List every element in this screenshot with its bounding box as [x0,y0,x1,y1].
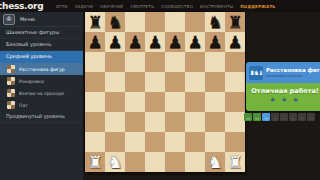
square-e7[interactable]: ♟ [165,32,185,52]
progress-step-8-todo[interactable]: ••• [307,113,315,121]
sidebar-lesson-setup-pieces[interactable]: Расстановка фигур [0,63,83,75]
mini-stars-icon: ••• [282,117,286,121]
square-c5[interactable] [125,72,145,92]
square-b3[interactable] [105,112,125,132]
progress-step-6-todo[interactable]: ••• [289,113,297,121]
black-pawn: ♟ [107,32,122,52]
black-knight: ♞ [207,12,222,32]
main-nav: ИГРА ЗАДАЧИ ОБУЧЕНИЕ СМОТРЕТЬ СООБЩЕСТВО… [56,4,275,9]
square-g3[interactable] [205,112,225,132]
square-b8[interactable]: ♞ [105,12,125,32]
square-a5[interactable] [85,72,105,92]
white-knight: ♞ [207,152,222,172]
black-pawn: ♟ [87,32,102,52]
lesson-success-message: Отличная работа! [246,87,320,95]
lesson-thumbnail-icon [7,77,15,85]
lesson-card-header: ♜♞♝ Расстановка фигур Начальная позиция [246,62,320,83]
square-c3[interactable] [125,112,145,132]
square-f7[interactable]: ♟ [185,32,205,52]
sidebar-item-intermediate-level[interactable]: Средний уровень [0,51,83,63]
square-g1[interactable]: ♞ [205,152,225,172]
square-h7[interactable]: ♟ [225,32,245,52]
square-c6[interactable] [125,52,145,72]
square-f2[interactable] [185,132,205,152]
progress-step-4-todo[interactable]: ••• [271,113,279,121]
square-c7[interactable]: ♟ [125,32,145,52]
square-d2[interactable] [145,132,165,152]
lesson-label: Пат [19,103,28,108]
mini-stars-icon: ••• [309,117,313,121]
progress-step-5-todo[interactable]: ••• [280,113,288,121]
sidebar-lesson-en-passant[interactable]: Взятие на проходе [0,87,83,99]
mini-stars-icon: ••• [291,117,295,121]
square-f1[interactable] [185,152,205,172]
black-pawn: ♟ [187,32,202,52]
progress-step-7-todo[interactable]: ••• [298,113,306,121]
lesson-thumbnail-icon [7,65,15,73]
mini-stars-icon: ••• [273,117,277,121]
square-g4[interactable] [205,92,225,112]
sidebar-item-basic-level[interactable]: Базовый уровень [0,39,83,51]
square-h5[interactable] [225,72,245,92]
black-pawn: ♟ [227,32,242,52]
square-d4[interactable] [145,92,165,112]
square-g5[interactable] [205,72,225,92]
square-a1[interactable]: ♜ [85,152,105,172]
nav-community[interactable]: СООБЩЕСТВО [161,4,193,9]
square-a2[interactable] [85,132,105,152]
square-g6[interactable] [205,52,225,72]
sidebar-lesson-stalemate[interactable]: Пат [0,99,83,111]
square-c4[interactable] [125,92,145,112]
nav-puzzles[interactable]: ЗАДАЧИ [75,4,93,9]
white-rook: ♜ [227,152,242,172]
square-e1[interactable] [165,152,185,172]
stars-rating-icon: ★ ★ ★ [246,96,320,104]
black-pawn: ♟ [127,32,142,52]
white-knight: ♞ [107,152,122,172]
nav-watch[interactable]: СМОТРЕТЬ [131,4,155,9]
black-rook: ♜ [227,12,242,32]
black-pawn: ♟ [167,32,182,52]
sidebar-item-advanced-level[interactable]: Продвинутый уровень [0,111,83,123]
sidebar-item-chess-pieces[interactable]: Шахматные фигуры [0,27,83,39]
nav-tools[interactable]: ИНСТРУМЕНТЫ [200,4,233,9]
square-a3[interactable] [85,112,105,132]
square-e4[interactable] [165,92,185,112]
square-a6[interactable] [85,52,105,72]
square-c1[interactable] [125,152,145,172]
square-h4[interactable] [225,92,245,112]
square-a4[interactable] [85,92,105,112]
square-e6[interactable] [165,52,185,72]
square-e2[interactable] [165,132,185,152]
square-e5[interactable] [165,72,185,92]
nav-learn[interactable]: ОБУЧЕНИЕ [100,4,124,9]
square-g7[interactable]: ♟ [205,32,225,52]
square-h6[interactable] [225,52,245,72]
top-navigation-bar: chess.org ИГРА ЗАДАЧИ ОБУЧЕНИЕ СМОТРЕТЬ … [0,0,320,12]
square-f3[interactable] [185,112,205,132]
square-d6[interactable] [145,52,165,72]
mini-stars-icon: ••• [246,117,250,121]
sidebar-lesson-castling[interactable]: Рокировка [0,75,83,87]
square-f8[interactable] [185,12,205,32]
square-h2[interactable] [225,132,245,152]
lesson-card-title: Расстановка фигур [266,67,320,73]
square-c2[interactable] [125,132,145,152]
square-b2[interactable] [105,132,125,152]
chess-board: ♜♞♞♜♟♟♟♟♟♟♟♟♜♞♞♜ [85,12,245,172]
progress-step-1-done[interactable]: ••• [244,113,252,121]
site-logo[interactable]: chess.org [0,1,43,11]
nav-play[interactable]: ИГРА [56,4,67,9]
black-pawn: ♟ [147,32,162,52]
lesson-board-thumbnail-icon: ♜♞♝ [249,66,263,80]
square-d1[interactable] [145,152,165,172]
square-b1[interactable]: ♞ [105,152,125,172]
lesson-thumbnail-icon [7,89,15,97]
square-b5[interactable] [105,72,125,92]
black-rook: ♜ [87,12,102,32]
square-b6[interactable] [105,52,125,72]
menu-label: Меню [20,16,35,22]
lesson-label: Расстановка фигур [19,67,65,72]
lessons-sidebar: ♔ Меню Шахматные фигуры Базовый уровень … [0,12,83,180]
square-f5[interactable] [185,72,205,92]
square-f6[interactable] [185,52,205,72]
lesson-thumbnail-icon [7,101,15,109]
lesson-label: Рокировка [19,79,44,84]
lesson-label: Взятие на проходе [19,91,64,96]
black-pawn: ♟ [207,32,222,52]
square-d8[interactable] [145,12,165,32]
square-d7[interactable]: ♟ [145,32,165,52]
white-rook: ♜ [87,152,102,172]
black-knight: ♞ [107,12,122,32]
lesson-card-body: Отличная работа! ★ ★ ★ [246,83,320,111]
square-c8[interactable] [125,12,145,32]
square-a7[interactable]: ♟ [85,32,105,52]
square-b4[interactable] [105,92,125,112]
square-e3[interactable] [165,112,185,132]
square-a8[interactable]: ♜ [85,12,105,32]
square-e8[interactable] [165,12,185,32]
square-h8[interactable]: ♜ [225,12,245,32]
mini-stars-icon: ••• [264,117,268,121]
mini-stars-icon: ••• [300,117,304,121]
progress-step-2-done[interactable]: ••• [253,113,261,121]
square-h1[interactable]: ♜ [225,152,245,172]
lesson-feedback-card: ♜♞♝ Расстановка фигур Начальная позиция … [246,62,320,111]
square-g2[interactable] [205,132,225,152]
sidebar-menu-header[interactable]: ♔ Меню [0,12,83,27]
square-f4[interactable] [185,92,205,112]
square-h3[interactable] [225,112,245,132]
mini-stars-icon: ••• [255,117,259,121]
progress-step-3-current[interactable]: ••• [262,113,270,121]
lesson-progress-steps: •••••••••••••••••••••••• [244,113,315,121]
lesson-card-subtitle: Начальная позиция [266,74,320,78]
square-g8[interactable]: ♞ [205,12,225,32]
crown-icon: ♔ [3,14,15,25]
square-b7[interactable]: ♟ [105,32,125,52]
square-d5[interactable] [145,72,165,92]
square-d3[interactable] [145,112,165,132]
nav-support-link[interactable]: ПОДДЕРЖАТЬ [240,4,275,9]
